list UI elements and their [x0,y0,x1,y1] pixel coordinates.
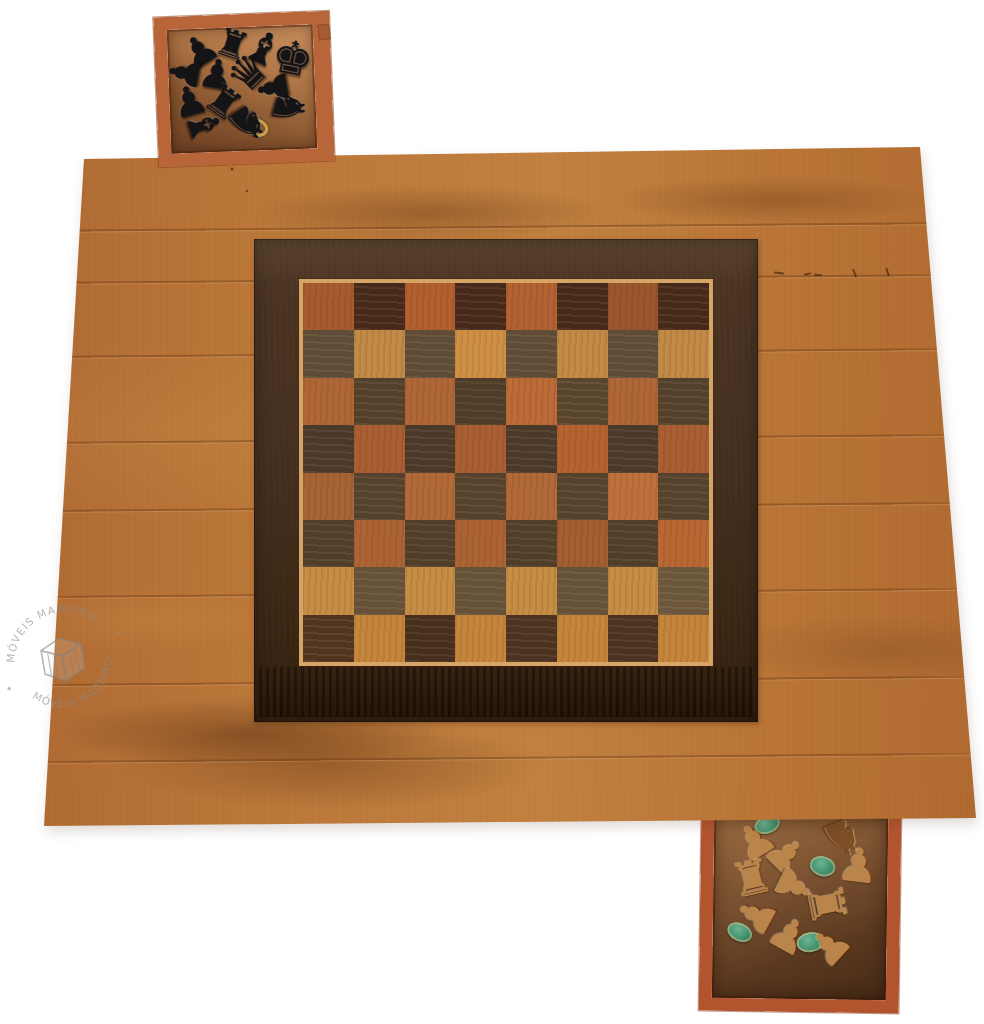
square-b1 [354,615,405,662]
square-e7 [506,330,557,377]
square-b3 [354,520,405,567]
square-g8 [608,283,659,330]
square-e6 [506,378,557,425]
square-a7 [303,330,354,377]
chessboard-inlay-line [299,279,713,666]
square-d1 [455,615,506,662]
square-d8 [455,283,506,330]
square-a8 [303,283,354,330]
square-d7 [455,330,506,377]
square-f6 [557,378,608,425]
square-g3 [608,520,659,567]
square-a6 [303,378,354,425]
square-d4 [455,473,506,520]
square-d6 [455,378,506,425]
square-e8 [506,283,557,330]
tray-top-interior: ♟♜♟♝♚♟♛♟♜♟♝♞♞ [167,24,318,154]
square-a5 [303,425,354,472]
scratch-mark [804,272,811,275]
plank-seam [0,222,984,233]
square-f7 [557,330,608,377]
square-c2 [405,567,456,614]
drawer-corner-tab [317,23,331,40]
chess-table-photo: ♟♟♜♟♞♟♜♟♟♟ ♟♜♟♝♚♟♛♟♜♟♝♞♞ [0,0,984,1024]
tabletop-wrap [0,0,984,1024]
scratch-mark [774,271,784,274]
square-e5 [506,425,557,472]
square-g5 [608,425,659,472]
square-c8 [405,283,456,330]
square-h8 [658,283,709,330]
square-b8 [354,283,405,330]
square-c7 [405,330,456,377]
chessboard-frame [254,239,758,722]
square-g4 [608,473,659,520]
square-f5 [557,425,608,472]
tabletop [0,0,984,1024]
scratch-mark [814,274,822,277]
square-c6 [405,378,456,425]
square-b7 [354,330,405,377]
board-grid [303,283,709,662]
square-g6 [608,378,659,425]
square-b5 [354,425,405,472]
square-a3 [303,520,354,567]
square-a1 [303,615,354,662]
scratch-mark [852,268,857,277]
square-e4 [506,473,557,520]
square-e3 [506,520,557,567]
square-c3 [405,520,456,567]
square-e2 [506,567,557,614]
square-e1 [506,615,557,662]
square-f8 [557,283,608,330]
square-a2 [303,567,354,614]
square-f4 [557,473,608,520]
square-h2 [658,567,709,614]
square-c4 [405,473,456,520]
square-b6 [354,378,405,425]
square-h6 [658,378,709,425]
square-a4 [303,473,354,520]
watermark-separator-right: ✦ [113,628,123,639]
square-h3 [658,520,709,567]
square-d5 [455,425,506,472]
square-g2 [608,567,659,614]
square-c1 [405,615,456,662]
square-b2 [354,567,405,614]
square-g7 [608,330,659,377]
square-h7 [658,330,709,377]
square-b4 [354,473,405,520]
watermark-logo-cube-icon [39,635,86,684]
square-d2 [455,567,506,614]
watermark-separator-left: ✦ [4,683,14,694]
square-f2 [557,567,608,614]
plank-seam [0,676,984,687]
square-d3 [455,520,506,567]
square-f1 [557,615,608,662]
square-g1 [608,615,659,662]
square-c5 [405,425,456,472]
square-h5 [658,425,709,472]
square-f3 [557,520,608,567]
square-h1 [658,615,709,662]
scratch-mark [885,267,890,276]
top-piece-drawer: ♟♜♟♝♚♟♛♟♜♟♝♞♞ [153,11,335,168]
plank-seam [0,753,984,764]
square-h4 [658,473,709,520]
watermark: MÓVEIS MADEIRO MÓVEIS MADEIRO ✦ ✦ [0,585,138,735]
